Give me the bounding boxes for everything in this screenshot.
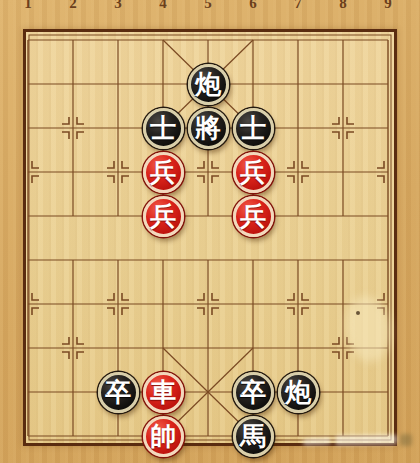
piece-glyph: 卒 xyxy=(240,379,266,405)
piece-glyph: 兵 xyxy=(240,159,266,185)
red-pawn-piece[interactable]: 兵 xyxy=(233,152,274,193)
file-label-1: 1 xyxy=(17,0,39,12)
piece-glyph: 士 xyxy=(240,115,266,141)
file-label-3: 3 xyxy=(107,0,129,12)
piece-glyph: 炮 xyxy=(195,71,221,97)
file-label-7: 7 xyxy=(287,0,309,12)
piece-glyph: 將 xyxy=(195,115,221,141)
black-pawn-piece[interactable]: 卒 xyxy=(98,372,139,413)
piece-glyph: 卒 xyxy=(105,379,131,405)
watermark-blurred-text xyxy=(303,430,418,454)
piece-glyph: 兵 xyxy=(150,159,176,185)
file-label-9: 9 xyxy=(377,0,399,12)
red-general-piece[interactable]: 帥 xyxy=(143,416,184,457)
file-label-2: 2 xyxy=(62,0,84,12)
red-pawn-piece[interactable]: 兵 xyxy=(143,152,184,193)
piece-glyph: 馬 xyxy=(240,423,266,449)
xiangqi-app-screen: 123456789 炮士將士兵兵兵兵卒車卒炮帥馬 xyxy=(0,0,420,463)
black-general-piece[interactable]: 將 xyxy=(188,108,229,149)
black-cannon-piece[interactable]: 炮 xyxy=(278,372,319,413)
black-advisor-piece[interactable]: 士 xyxy=(143,108,184,149)
file-label-5: 5 xyxy=(197,0,219,12)
piece-glyph: 炮 xyxy=(285,379,311,405)
red-chariot-piece[interactable]: 車 xyxy=(143,372,184,413)
file-label-6: 6 xyxy=(242,0,264,12)
file-label-4: 4 xyxy=(152,0,174,12)
piece-glyph: 兵 xyxy=(240,203,266,229)
file-label-8: 8 xyxy=(332,0,354,12)
piece-glyph: 車 xyxy=(150,379,176,405)
file-coordinates: 123456789 xyxy=(0,0,420,13)
red-pawn-piece[interactable]: 兵 xyxy=(143,196,184,237)
piece-glyph: 兵 xyxy=(150,203,176,229)
piece-glyph: 帥 xyxy=(150,423,176,449)
smudge-dot xyxy=(356,311,360,315)
black-horse-piece[interactable]: 馬 xyxy=(233,416,274,457)
black-advisor-piece[interactable]: 士 xyxy=(233,108,274,149)
black-pawn-piece[interactable]: 卒 xyxy=(233,372,274,413)
red-pawn-piece[interactable]: 兵 xyxy=(233,196,274,237)
piece-glyph: 士 xyxy=(150,115,176,141)
black-cannon-piece[interactable]: 炮 xyxy=(188,64,229,105)
